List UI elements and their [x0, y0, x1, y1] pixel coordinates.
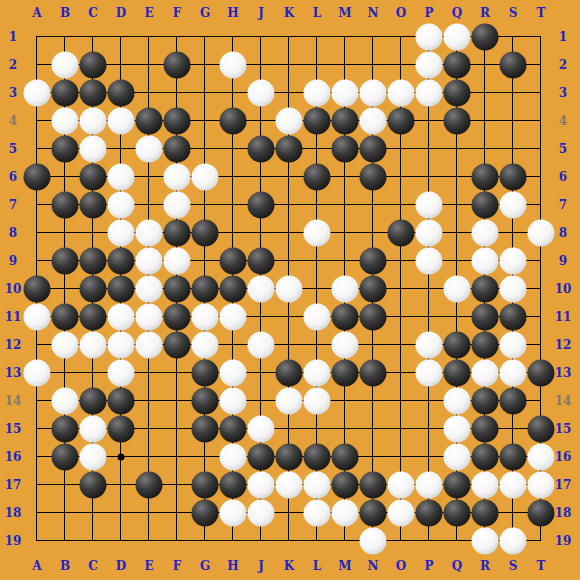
col-label-bottom-M: M	[331, 557, 359, 575]
col-label-bottom-S: S	[499, 557, 527, 575]
stone-white-L13	[304, 360, 331, 387]
stone-black-Q3	[444, 80, 471, 107]
col-label-bottom-P: P	[415, 557, 443, 575]
stone-white-G12	[192, 332, 219, 359]
col-label-top-B: B	[51, 4, 79, 22]
row-label-left-19: 19	[0, 532, 27, 550]
stone-white-L18	[304, 500, 331, 527]
stone-black-Q13	[444, 360, 471, 387]
stone-white-L11	[304, 304, 331, 331]
stone-black-A6	[24, 164, 51, 191]
col-label-top-O: O	[387, 4, 415, 22]
stone-white-L3	[304, 80, 331, 107]
stone-black-C11	[80, 304, 107, 331]
col-label-top-R: R	[471, 4, 499, 22]
stone-white-S19	[500, 528, 527, 555]
stone-white-P8	[416, 220, 443, 247]
stone-white-P12	[416, 332, 443, 359]
row-label-left-18: 18	[0, 504, 27, 522]
col-label-top-P: P	[415, 4, 443, 22]
col-label-top-C: C	[79, 4, 107, 22]
stone-black-R10	[472, 276, 499, 303]
stone-white-E11	[136, 304, 163, 331]
stone-white-N19	[360, 528, 387, 555]
stone-white-N4	[360, 108, 387, 135]
col-label-bottom-H: H	[219, 557, 247, 575]
stone-black-F4	[164, 108, 191, 135]
stone-white-Q1	[444, 24, 471, 51]
stone-white-P3	[416, 80, 443, 107]
stone-black-C3	[80, 80, 107, 107]
stone-black-M4	[332, 108, 359, 135]
stone-white-F9	[164, 248, 191, 275]
stone-black-G10	[192, 276, 219, 303]
stone-black-B5	[52, 136, 79, 163]
stone-white-D8	[108, 220, 135, 247]
stone-black-T18	[528, 500, 555, 527]
stone-white-E10	[136, 276, 163, 303]
stone-white-E5	[136, 136, 163, 163]
stone-black-R11	[472, 304, 499, 331]
stone-white-H18	[220, 500, 247, 527]
stone-white-O3	[388, 80, 415, 107]
col-label-bottom-L: L	[303, 557, 331, 575]
stone-white-S10	[500, 276, 527, 303]
stone-white-E12	[136, 332, 163, 359]
col-label-bottom-D: D	[107, 557, 135, 575]
stone-black-K13	[276, 360, 303, 387]
stone-white-K14	[276, 388, 303, 415]
stone-black-R15	[472, 416, 499, 443]
stone-white-R8	[472, 220, 499, 247]
stone-black-N6	[360, 164, 387, 191]
stone-black-C17	[80, 472, 107, 499]
col-label-top-Q: Q	[443, 4, 471, 22]
stone-white-J3	[248, 80, 275, 107]
stone-white-A11	[24, 304, 51, 331]
stone-black-N11	[360, 304, 387, 331]
stone-white-B2	[52, 52, 79, 79]
stone-black-R16	[472, 444, 499, 471]
stone-white-H14	[220, 388, 247, 415]
stone-white-C5	[80, 136, 107, 163]
stone-black-B7	[52, 192, 79, 219]
stone-white-P17	[416, 472, 443, 499]
stone-black-G13	[192, 360, 219, 387]
stone-white-O17	[388, 472, 415, 499]
stone-black-R7	[472, 192, 499, 219]
stone-black-E17	[136, 472, 163, 499]
row-label-right-19: 19	[549, 532, 577, 550]
stone-black-P18	[416, 500, 443, 527]
col-label-bottom-K: K	[275, 557, 303, 575]
stone-black-H4	[220, 108, 247, 135]
row-label-right-6: 6	[549, 168, 577, 186]
stone-black-B3	[52, 80, 79, 107]
stone-black-G8	[192, 220, 219, 247]
stone-black-K5	[276, 136, 303, 163]
stone-black-N10	[360, 276, 387, 303]
stone-white-H2	[220, 52, 247, 79]
stone-black-C9	[80, 248, 107, 275]
col-label-bottom-E: E	[135, 557, 163, 575]
stone-black-F12	[164, 332, 191, 359]
stone-black-M5	[332, 136, 359, 163]
stone-white-L17	[304, 472, 331, 499]
row-label-left-2: 2	[0, 56, 27, 74]
col-label-top-J: J	[247, 4, 275, 22]
stone-black-Q17	[444, 472, 471, 499]
stone-black-C10	[80, 276, 107, 303]
stone-white-D11	[108, 304, 135, 331]
stone-black-L6	[304, 164, 331, 191]
stone-black-M11	[332, 304, 359, 331]
stone-black-J9	[248, 248, 275, 275]
stone-white-S7	[500, 192, 527, 219]
stone-black-C7	[80, 192, 107, 219]
stone-black-B11	[52, 304, 79, 331]
stone-white-P7	[416, 192, 443, 219]
stone-white-R17	[472, 472, 499, 499]
stone-black-Q2	[444, 52, 471, 79]
col-label-bottom-T: T	[527, 557, 555, 575]
stone-black-F10	[164, 276, 191, 303]
col-label-bottom-R: R	[471, 557, 499, 575]
stone-white-R13	[472, 360, 499, 387]
stone-black-R6	[472, 164, 499, 191]
col-label-bottom-O: O	[387, 557, 415, 575]
stone-black-N5	[360, 136, 387, 163]
row-label-left-15: 15	[0, 420, 27, 438]
stone-white-G11	[192, 304, 219, 331]
row-label-right-1: 1	[549, 28, 577, 46]
stone-black-G18	[192, 500, 219, 527]
stone-black-H9	[220, 248, 247, 275]
stone-black-G17	[192, 472, 219, 499]
col-label-top-L: L	[303, 4, 331, 22]
stone-white-E8	[136, 220, 163, 247]
stone-black-T15	[528, 416, 555, 443]
row-label-right-5: 5	[549, 140, 577, 158]
stone-white-R9	[472, 248, 499, 275]
row-label-left-4: 4	[0, 112, 27, 130]
stone-white-J18	[248, 500, 275, 527]
col-label-top-S: S	[499, 4, 527, 22]
stone-black-B9	[52, 248, 79, 275]
stone-black-C2	[80, 52, 107, 79]
stone-white-L14	[304, 388, 331, 415]
row-label-right-11: 11	[549, 308, 577, 326]
stone-white-S9	[500, 248, 527, 275]
row-label-right-12: 12	[549, 336, 577, 354]
stone-white-M3	[332, 80, 359, 107]
stone-white-M12	[332, 332, 359, 359]
row-label-left-5: 5	[0, 140, 27, 158]
stone-white-B14	[52, 388, 79, 415]
stone-black-H15	[220, 416, 247, 443]
row-label-left-9: 9	[0, 252, 27, 270]
col-label-bottom-J: J	[247, 557, 275, 575]
row-label-right-7: 7	[549, 196, 577, 214]
stone-white-A13	[24, 360, 51, 387]
stone-white-H13	[220, 360, 247, 387]
stone-white-D13	[108, 360, 135, 387]
row-label-left-12: 12	[0, 336, 27, 354]
stone-white-H11	[220, 304, 247, 331]
stone-white-N3	[360, 80, 387, 107]
stone-white-P13	[416, 360, 443, 387]
stone-black-S16	[500, 444, 527, 471]
stone-black-J7	[248, 192, 275, 219]
stone-black-R14	[472, 388, 499, 415]
stone-white-P2	[416, 52, 443, 79]
col-label-bottom-Q: Q	[443, 557, 471, 575]
stone-black-D3	[108, 80, 135, 107]
stone-white-B4	[52, 108, 79, 135]
stone-white-J17	[248, 472, 275, 499]
stone-white-C12	[80, 332, 107, 359]
stone-white-L8	[304, 220, 331, 247]
col-label-bottom-N: N	[359, 557, 387, 575]
stone-white-K4	[276, 108, 303, 135]
col-label-top-F: F	[163, 4, 191, 22]
row-label-left-8: 8	[0, 224, 27, 242]
stone-white-T17	[528, 472, 555, 499]
col-label-bottom-C: C	[79, 557, 107, 575]
stone-white-J12	[248, 332, 275, 359]
stone-black-N13	[360, 360, 387, 387]
col-label-top-H: H	[219, 4, 247, 22]
stone-black-E4	[136, 108, 163, 135]
stone-white-S12	[500, 332, 527, 359]
stone-black-O8	[388, 220, 415, 247]
col-label-bottom-F: F	[163, 557, 191, 575]
row-label-right-4: 4	[549, 112, 577, 130]
col-label-top-G: G	[191, 4, 219, 22]
stone-white-B12	[52, 332, 79, 359]
col-label-top-D: D	[107, 4, 135, 22]
col-label-top-E: E	[135, 4, 163, 22]
row-label-right-14: 14	[549, 392, 577, 410]
stone-black-N18	[360, 500, 387, 527]
stone-black-S11	[500, 304, 527, 331]
stone-black-C6	[80, 164, 107, 191]
stone-black-R12	[472, 332, 499, 359]
stone-black-M16	[332, 444, 359, 471]
stone-white-C16	[80, 444, 107, 471]
stone-white-O18	[388, 500, 415, 527]
stone-white-S17	[500, 472, 527, 499]
stone-white-F7	[164, 192, 191, 219]
stone-black-G14	[192, 388, 219, 415]
col-label-top-K: K	[275, 4, 303, 22]
stone-white-T8	[528, 220, 555, 247]
stone-black-F5	[164, 136, 191, 163]
stone-white-P1	[416, 24, 443, 51]
stone-white-K10	[276, 276, 303, 303]
stone-black-F8	[164, 220, 191, 247]
stone-black-N17	[360, 472, 387, 499]
stone-black-Q4	[444, 108, 471, 135]
stone-black-T13	[528, 360, 555, 387]
stone-black-D15	[108, 416, 135, 443]
stone-white-M18	[332, 500, 359, 527]
stone-black-M17	[332, 472, 359, 499]
stone-white-E9	[136, 248, 163, 275]
stone-black-L4	[304, 108, 331, 135]
stone-black-B15	[52, 416, 79, 443]
stone-white-D12	[108, 332, 135, 359]
stone-black-S2	[500, 52, 527, 79]
stone-white-H16	[220, 444, 247, 471]
col-label-bottom-B: B	[51, 557, 79, 575]
stone-black-Q18	[444, 500, 471, 527]
stone-white-Q10	[444, 276, 471, 303]
stone-black-A10	[24, 276, 51, 303]
col-label-top-A: A	[23, 4, 51, 22]
stone-white-S13	[500, 360, 527, 387]
stone-black-J16	[248, 444, 275, 471]
row-label-left-16: 16	[0, 448, 27, 466]
stone-black-F11	[164, 304, 191, 331]
go-board[interactable]: AABBCCDDEEFFGGHHJJKKLLMMNNOOPPQQRRSSTT11…	[0, 0, 580, 580]
stone-white-A3	[24, 80, 51, 107]
stone-black-O4	[388, 108, 415, 135]
stone-white-D7	[108, 192, 135, 219]
col-label-bottom-A: A	[23, 557, 51, 575]
stone-white-R19	[472, 528, 499, 555]
stone-black-D9	[108, 248, 135, 275]
stone-white-C4	[80, 108, 107, 135]
stone-black-N9	[360, 248, 387, 275]
stone-black-S6	[500, 164, 527, 191]
stone-black-L16	[304, 444, 331, 471]
stone-white-T16	[528, 444, 555, 471]
stone-white-D6	[108, 164, 135, 191]
col-label-top-N: N	[359, 4, 387, 22]
stone-black-Q12	[444, 332, 471, 359]
stone-white-Q14	[444, 388, 471, 415]
row-label-left-14: 14	[0, 392, 27, 410]
stone-black-D14	[108, 388, 135, 415]
stone-black-C14	[80, 388, 107, 415]
stone-white-J15	[248, 416, 275, 443]
stone-black-J5	[248, 136, 275, 163]
row-label-left-1: 1	[0, 28, 27, 46]
row-label-right-3: 3	[549, 84, 577, 102]
row-label-right-9: 9	[549, 252, 577, 270]
row-label-left-17: 17	[0, 476, 27, 494]
stone-white-Q16	[444, 444, 471, 471]
stone-black-K16	[276, 444, 303, 471]
stone-white-D4	[108, 108, 135, 135]
stone-black-H10	[220, 276, 247, 303]
stone-white-Q15	[444, 416, 471, 443]
stone-black-R18	[472, 500, 499, 527]
stone-black-S14	[500, 388, 527, 415]
stone-white-K17	[276, 472, 303, 499]
col-label-top-M: M	[331, 4, 359, 22]
row-label-right-10: 10	[549, 280, 577, 298]
row-label-right-2: 2	[549, 56, 577, 74]
stone-black-M13	[332, 360, 359, 387]
col-label-top-T: T	[527, 4, 555, 22]
stone-white-P9	[416, 248, 443, 275]
star-point-D16	[118, 454, 125, 461]
stone-white-M10	[332, 276, 359, 303]
stone-white-G6	[192, 164, 219, 191]
stone-black-F2	[164, 52, 191, 79]
stone-white-J10	[248, 276, 275, 303]
stone-black-H17	[220, 472, 247, 499]
stone-black-D10	[108, 276, 135, 303]
stone-white-C15	[80, 416, 107, 443]
stone-black-R1	[472, 24, 499, 51]
col-label-bottom-G: G	[191, 557, 219, 575]
stone-white-F6	[164, 164, 191, 191]
row-label-left-7: 7	[0, 196, 27, 214]
stone-black-G15	[192, 416, 219, 443]
stone-black-B16	[52, 444, 79, 471]
